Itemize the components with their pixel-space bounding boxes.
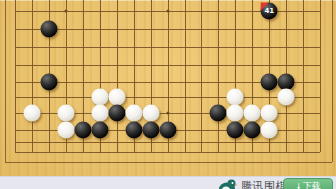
- star-point: [64, 10, 67, 13]
- white-stone: [91, 104, 108, 121]
- black-stone: [142, 121, 159, 138]
- grid-line: [15, 65, 320, 66]
- download-arrow-icon: ↓: [295, 182, 302, 189]
- grid-line: [15, 47, 320, 48]
- white-stone: [278, 88, 295, 105]
- grid-line: [15, 29, 320, 30]
- white-stone: [227, 104, 244, 121]
- black-stone: [40, 21, 57, 38]
- download-button-label: 下载: [303, 181, 321, 189]
- black-stone: [74, 121, 91, 138]
- board-rim-line: [332, 0, 333, 162]
- black-stone: [261, 73, 278, 90]
- white-stone: [227, 88, 244, 105]
- board-rim-line: [5, 0, 6, 162]
- star-point: [166, 111, 169, 114]
- black-stone: [125, 121, 142, 138]
- black-stone: [210, 104, 227, 121]
- black-stone: [108, 104, 125, 121]
- black-stone: [40, 73, 57, 90]
- grid-line: [320, 0, 321, 152]
- app-screenshot: 41 腾讯围棋 ↓下载: [0, 0, 336, 189]
- watermark-app-title: 腾讯围棋: [241, 179, 287, 189]
- white-stone: [108, 88, 125, 105]
- white-stone: [244, 104, 261, 121]
- download-button[interactable]: ↓下载: [283, 178, 333, 189]
- grid-line: [15, 142, 320, 143]
- black-stone: [159, 121, 176, 138]
- white-stone: [261, 104, 278, 121]
- black-stone: [91, 121, 108, 138]
- tencent-go-logo-icon: [218, 179, 237, 189]
- white-stone: [23, 104, 40, 121]
- grid-line: [15, 97, 320, 98]
- white-stone: [57, 104, 74, 121]
- white-stone: [57, 121, 74, 138]
- white-stone: [91, 88, 108, 105]
- go-board[interactable]: 41: [0, 0, 336, 176]
- white-stone: [125, 104, 142, 121]
- board-rim-line: [5, 162, 333, 163]
- black-stone: [227, 121, 244, 138]
- star-point: [166, 10, 169, 13]
- grid-line: [15, 152, 320, 153]
- white-stone: [261, 121, 278, 138]
- white-stone: [142, 104, 159, 121]
- black-stone: [244, 121, 261, 138]
- move-number-label: 41: [264, 8, 274, 15]
